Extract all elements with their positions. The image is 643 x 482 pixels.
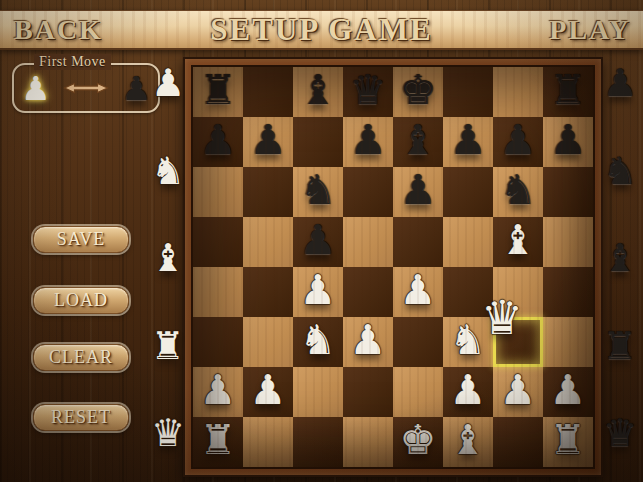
square-d7[interactable]: ♟ bbox=[343, 117, 393, 167]
palette-black-queen[interactable]: ♛ bbox=[603, 414, 637, 452]
square-a3[interactable] bbox=[193, 317, 243, 367]
square-c6[interactable]: ♞ bbox=[293, 167, 343, 217]
palette-black-rook[interactable]: ♜ bbox=[603, 327, 637, 365]
white-pawn[interactable]: ♟ bbox=[350, 315, 387, 365]
black-bishop[interactable]: ♝ bbox=[400, 115, 437, 165]
square-b8[interactable] bbox=[243, 67, 293, 117]
white-knight[interactable]: ♞ bbox=[300, 315, 337, 365]
square-b1[interactable] bbox=[243, 417, 293, 467]
black-rook[interactable]: ♜ bbox=[200, 65, 237, 115]
dragged-white-queen[interactable]: ♛ bbox=[477, 290, 527, 344]
reset-button[interactable]: RESET bbox=[33, 404, 129, 431]
square-e6[interactable]: ♟ bbox=[393, 167, 443, 217]
square-e1[interactable]: ♚ bbox=[393, 417, 443, 467]
square-a2[interactable]: ♟ bbox=[193, 367, 243, 417]
chess-board: ♜♝♛♚♜♟♟♟♝♟♟♟♞♟♞♟♝♟♟♞♟♞♟♟♟♟♟♜♚♝♜ bbox=[193, 67, 593, 467]
square-b7[interactable]: ♟ bbox=[243, 117, 293, 167]
black-king[interactable]: ♚ bbox=[400, 65, 437, 115]
black-pawn[interactable]: ♟ bbox=[400, 165, 437, 215]
square-e7[interactable]: ♝ bbox=[393, 117, 443, 167]
square-e8[interactable]: ♚ bbox=[393, 67, 443, 117]
white-pawn[interactable]: ♟ bbox=[400, 265, 437, 315]
white-pawn[interactable]: ♟ bbox=[500, 365, 537, 415]
white-pawn[interactable]: ♟ bbox=[300, 265, 337, 315]
square-h1[interactable]: ♜ bbox=[543, 417, 593, 467]
black-knight[interactable]: ♞ bbox=[500, 165, 537, 215]
first-move-label: First Move bbox=[34, 54, 111, 70]
palette-white-rook[interactable]: ♜ bbox=[151, 327, 185, 365]
white-pawn[interactable]: ♟ bbox=[200, 365, 237, 415]
black-pawn[interactable]: ♟ bbox=[200, 115, 237, 165]
page-title: SETUP GAME bbox=[0, 12, 643, 48]
square-f7[interactable]: ♟ bbox=[443, 117, 493, 167]
square-h3[interactable] bbox=[543, 317, 593, 367]
square-d3[interactable]: ♟ bbox=[343, 317, 393, 367]
square-h2[interactable]: ♟ bbox=[543, 367, 593, 417]
square-b4[interactable] bbox=[243, 267, 293, 317]
square-a6[interactable] bbox=[193, 167, 243, 217]
load-button[interactable]: LOAD bbox=[33, 287, 129, 314]
square-c4[interactable]: ♟ bbox=[293, 267, 343, 317]
square-d6[interactable] bbox=[343, 167, 393, 217]
palette-white-knight[interactable]: ♞ bbox=[151, 152, 185, 190]
square-b2[interactable]: ♟ bbox=[243, 367, 293, 417]
square-h4[interactable] bbox=[543, 267, 593, 317]
square-g7[interactable]: ♟ bbox=[493, 117, 543, 167]
square-a1[interactable]: ♜ bbox=[193, 417, 243, 467]
square-d2[interactable] bbox=[343, 367, 393, 417]
black-pawn[interactable]: ♟ bbox=[300, 215, 337, 265]
square-a8[interactable]: ♜ bbox=[193, 67, 243, 117]
board-frame: ♜♝♛♚♜♟♟♟♝♟♟♟♞♟♞♟♝♟♟♞♟♞♟♟♟♟♟♜♚♝♜ ♛ bbox=[183, 57, 603, 477]
square-g1[interactable] bbox=[493, 417, 543, 467]
black-pawn[interactable]: ♟ bbox=[500, 115, 537, 165]
black-knight[interactable]: ♞ bbox=[300, 165, 337, 215]
palette-black-knight[interactable]: ♞ bbox=[603, 152, 637, 190]
square-a5[interactable] bbox=[193, 217, 243, 267]
play-button[interactable]: PLAY bbox=[549, 14, 631, 46]
square-b3[interactable] bbox=[243, 317, 293, 367]
square-e4[interactable]: ♟ bbox=[393, 267, 443, 317]
setup-game-screen: BACK SETUP GAME PLAY First Move ♟ ♟ SAVE… bbox=[0, 0, 643, 482]
square-g8[interactable] bbox=[493, 67, 543, 117]
square-a4[interactable] bbox=[193, 267, 243, 317]
square-f6[interactable] bbox=[443, 167, 493, 217]
square-d8[interactable]: ♛ bbox=[343, 67, 393, 117]
square-c2[interactable] bbox=[293, 367, 343, 417]
white-king[interactable]: ♚ bbox=[400, 415, 437, 465]
square-f8[interactable] bbox=[443, 67, 493, 117]
black-piece-palette: ♟♞♝♜♛ bbox=[598, 64, 642, 452]
first-move-white-pawn-option[interactable]: ♟ bbox=[21, 72, 51, 105]
square-h8[interactable]: ♜ bbox=[543, 67, 593, 117]
first-move-panel: First Move ♟ ♟ bbox=[12, 63, 160, 113]
square-d1[interactable] bbox=[343, 417, 393, 467]
square-h7[interactable]: ♟ bbox=[543, 117, 593, 167]
square-c3[interactable]: ♞ bbox=[293, 317, 343, 367]
square-e3[interactable] bbox=[393, 317, 443, 367]
square-e2[interactable] bbox=[393, 367, 443, 417]
palette-black-pawn[interactable]: ♟ bbox=[603, 64, 637, 102]
save-button[interactable]: SAVE bbox=[33, 226, 129, 253]
black-pawn[interactable]: ♟ bbox=[350, 115, 387, 165]
square-c7[interactable] bbox=[293, 117, 343, 167]
white-pawn[interactable]: ♟ bbox=[250, 365, 287, 415]
black-rook[interactable]: ♜ bbox=[550, 65, 587, 115]
square-c1[interactable] bbox=[293, 417, 343, 467]
square-h5[interactable] bbox=[543, 217, 593, 267]
black-pawn[interactable]: ♟ bbox=[450, 115, 487, 165]
square-f5[interactable] bbox=[443, 217, 493, 267]
title-bar: BACK SETUP GAME PLAY bbox=[0, 10, 643, 50]
square-f1[interactable]: ♝ bbox=[443, 417, 493, 467]
clear-button[interactable]: CLEAR bbox=[33, 344, 129, 371]
white-rook[interactable]: ♜ bbox=[550, 415, 587, 465]
palette-white-queen[interactable]: ♛ bbox=[151, 414, 185, 452]
palette-black-bishop[interactable]: ♝ bbox=[603, 239, 637, 277]
square-c8[interactable]: ♝ bbox=[293, 67, 343, 117]
swap-arrow-icon[interactable] bbox=[63, 77, 109, 99]
white-pawn[interactable]: ♟ bbox=[450, 365, 487, 415]
square-b5[interactable] bbox=[243, 217, 293, 267]
square-b6[interactable] bbox=[243, 167, 293, 217]
square-g2[interactable]: ♟ bbox=[493, 367, 543, 417]
square-g6[interactable]: ♞ bbox=[493, 167, 543, 217]
square-c5[interactable]: ♟ bbox=[293, 217, 343, 267]
white-pawn[interactable]: ♟ bbox=[550, 365, 587, 415]
black-pawn[interactable]: ♟ bbox=[250, 115, 287, 165]
white-piece-palette: ♟♞♝♜♛ bbox=[146, 64, 190, 452]
palette-white-bishop[interactable]: ♝ bbox=[151, 239, 185, 277]
black-pawn[interactable]: ♟ bbox=[550, 115, 587, 165]
square-d5[interactable] bbox=[343, 217, 393, 267]
square-f2[interactable]: ♟ bbox=[443, 367, 493, 417]
black-bishop[interactable]: ♝ bbox=[300, 65, 337, 115]
white-bishop[interactable]: ♝ bbox=[450, 415, 487, 465]
palette-white-pawn[interactable]: ♟ bbox=[151, 64, 185, 102]
black-queen[interactable]: ♛ bbox=[350, 65, 387, 115]
square-d4[interactable] bbox=[343, 267, 393, 317]
white-bishop[interactable]: ♝ bbox=[500, 215, 537, 265]
square-g5[interactable]: ♝ bbox=[493, 217, 543, 267]
white-rook[interactable]: ♜ bbox=[200, 415, 237, 465]
square-e5[interactable] bbox=[393, 217, 443, 267]
square-h6[interactable] bbox=[543, 167, 593, 217]
square-a7[interactable]: ♟ bbox=[193, 117, 243, 167]
